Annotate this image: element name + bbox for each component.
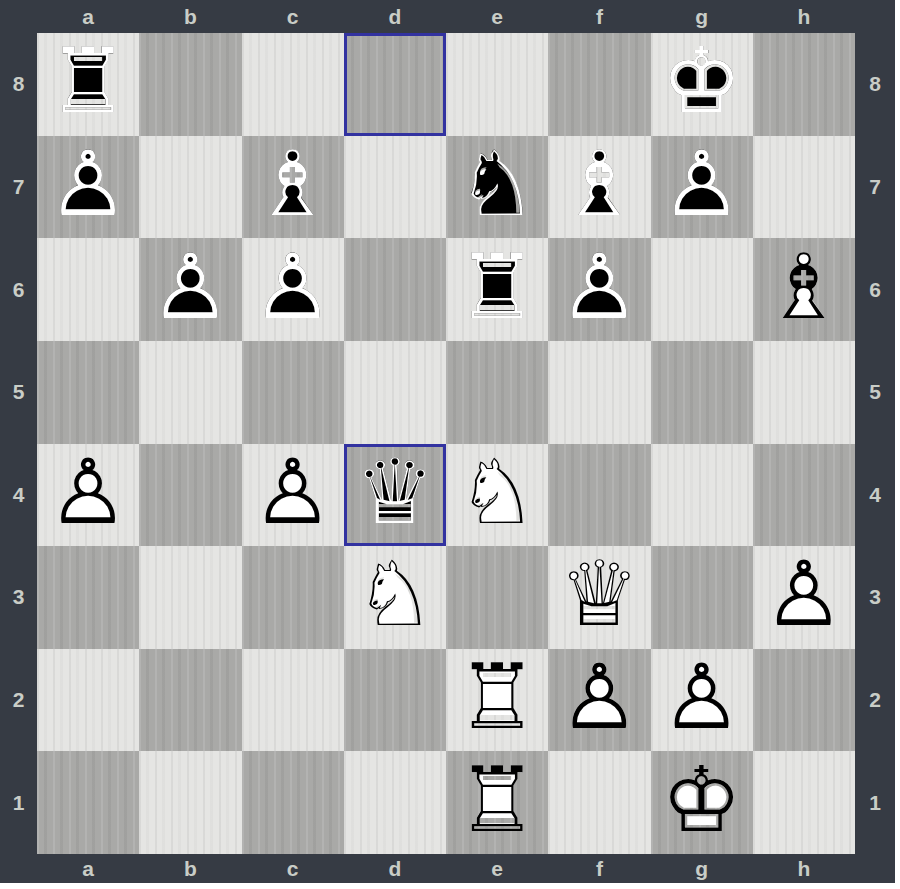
- file-label-f: f: [548, 0, 650, 33]
- file-label-a: a: [37, 854, 139, 883]
- piece-glyph-fill: ♟: [764, 550, 845, 640]
- square-e4[interactable]: ♞♘: [446, 444, 548, 547]
- square-b7[interactable]: [139, 136, 241, 239]
- piece-glyph-fill: ♞: [355, 550, 436, 640]
- piece-glyph-fill: ♞: [457, 139, 538, 229]
- piece-glyph-outline: ♘: [457, 139, 538, 229]
- square-g7[interactable]: ♟♙: [651, 136, 753, 239]
- board-frame: abcdefgh 87654321 ♜♖♚♔♟♙♝♗♞♘♝♗♟♙♟♙♟♙♜♖♟♙…: [0, 0, 895, 883]
- piece-black-pawn[interactable]: ♟♙: [139, 238, 241, 341]
- piece-glyph-outline: ♗: [764, 242, 845, 332]
- square-f3[interactable]: ♛♕: [548, 546, 650, 649]
- piece-glyph-fill: ♟: [48, 139, 129, 229]
- piece-glyph-fill: ♟: [48, 447, 129, 537]
- rank-label-7: 7: [855, 136, 895, 239]
- chess-board: ♜♖♚♔♟♙♝♗♞♘♝♗♟♙♟♙♟♙♜♖♟♙♝♗♟♙♟♙♛♕♞♘♞♘♛♕♟♙♜♖…: [37, 33, 855, 854]
- rank-label-3: 3: [855, 546, 895, 649]
- piece-glyph-outline: ♖: [457, 755, 538, 845]
- piece-black-queen[interactable]: ♛♕: [344, 444, 446, 547]
- square-e5[interactable]: [446, 341, 548, 444]
- piece-glyph-fill: ♟: [252, 242, 333, 332]
- piece-glyph-outline: ♙: [150, 242, 231, 332]
- file-label-b: b: [139, 854, 241, 883]
- piece-white-rook[interactable]: ♜♖: [446, 649, 548, 752]
- square-d3[interactable]: ♞♘: [344, 546, 446, 649]
- piece-glyph-outline: ♔: [661, 37, 742, 127]
- piece-glyph-fill: ♟: [559, 242, 640, 332]
- square-c4[interactable]: ♟♙: [242, 444, 344, 547]
- piece-black-pawn[interactable]: ♟♙: [548, 238, 650, 341]
- piece-glyph-fill: ♞: [457, 447, 538, 537]
- square-c7[interactable]: ♝♗: [242, 136, 344, 239]
- piece-glyph-outline: ♘: [355, 550, 436, 640]
- square-c5[interactable]: [242, 341, 344, 444]
- piece-white-pawn[interactable]: ♟♙: [242, 444, 344, 547]
- piece-glyph-fill: ♟: [252, 447, 333, 537]
- square-a7[interactable]: ♟♙: [37, 136, 139, 239]
- piece-glyph-outline: ♗: [252, 139, 333, 229]
- piece-glyph-fill: ♝: [252, 139, 333, 229]
- square-f6[interactable]: ♟♙: [548, 238, 650, 341]
- square-b2[interactable]: [139, 649, 241, 752]
- file-label-e: e: [446, 854, 548, 883]
- piece-glyph-fill: ♜: [48, 37, 129, 127]
- square-g2[interactable]: ♟♙: [651, 649, 753, 752]
- square-f5[interactable]: [548, 341, 650, 444]
- piece-glyph-outline: ♙: [252, 242, 333, 332]
- square-a8[interactable]: ♜♖: [37, 33, 139, 136]
- square-a5[interactable]: [37, 341, 139, 444]
- square-h4[interactable]: [753, 444, 855, 547]
- square-h1[interactable]: [753, 751, 855, 854]
- square-f7[interactable]: ♝♗: [548, 136, 650, 239]
- square-d8[interactable]: [344, 33, 446, 136]
- square-b6[interactable]: ♟♙: [139, 238, 241, 341]
- piece-glyph-fill: ♚: [661, 37, 742, 127]
- piece-black-pawn[interactable]: ♟♙: [242, 238, 344, 341]
- rank-label-8: 8: [855, 33, 895, 136]
- piece-glyph-fill: ♟: [150, 242, 231, 332]
- piece-glyph-fill: ♜: [457, 242, 538, 332]
- square-h7[interactable]: [753, 136, 855, 239]
- square-g8[interactable]: ♚♔: [651, 33, 753, 136]
- piece-glyph-outline: ♔: [661, 755, 742, 845]
- piece-white-pawn[interactable]: ♟♙: [548, 649, 650, 752]
- piece-black-king[interactable]: ♚♔: [651, 33, 753, 136]
- piece-glyph-outline: ♙: [252, 447, 333, 537]
- square-d2[interactable]: [344, 649, 446, 752]
- file-label-b: b: [139, 0, 241, 33]
- piece-glyph-outline: ♕: [355, 447, 436, 537]
- square-d4[interactable]: ♛♕: [344, 444, 446, 547]
- piece-black-bishop[interactable]: ♝♗: [548, 136, 650, 239]
- square-c1[interactable]: [242, 751, 344, 854]
- square-h6[interactable]: ♝♗: [753, 238, 855, 341]
- piece-glyph-outline: ♙: [661, 139, 742, 229]
- file-label-h: h: [753, 854, 855, 883]
- square-b5[interactable]: [139, 341, 241, 444]
- file-label-c: c: [242, 0, 344, 33]
- rank-labels-left: 87654321: [0, 33, 37, 854]
- square-f2[interactable]: ♟♙: [548, 649, 650, 752]
- piece-white-king[interactable]: ♚♔: [651, 751, 753, 854]
- piece-glyph-fill: ♛: [355, 447, 436, 537]
- piece-glyph-fill: ♜: [457, 652, 538, 742]
- piece-glyph-fill: ♝: [559, 139, 640, 229]
- piece-white-knight[interactable]: ♞♘: [344, 546, 446, 649]
- rank-label-1: 1: [0, 751, 37, 854]
- file-labels-top: abcdefgh: [0, 0, 895, 33]
- piece-glyph-outline: ♙: [48, 447, 129, 537]
- square-b1[interactable]: [139, 751, 241, 854]
- piece-white-rook[interactable]: ♜♖: [446, 751, 548, 854]
- square-b4[interactable]: [139, 444, 241, 547]
- file-label-g: g: [651, 0, 753, 33]
- rank-label-2: 2: [0, 649, 37, 752]
- file-label-c: c: [242, 854, 344, 883]
- square-h3[interactable]: ♟♙: [753, 546, 855, 649]
- piece-black-pawn[interactable]: ♟♙: [651, 136, 753, 239]
- rank-label-6: 6: [0, 238, 37, 341]
- square-g5[interactable]: [651, 341, 753, 444]
- square-e3[interactable]: [446, 546, 548, 649]
- square-h8[interactable]: [753, 33, 855, 136]
- rank-label-5: 5: [0, 341, 37, 444]
- square-d1[interactable]: [344, 751, 446, 854]
- file-label-a: a: [37, 0, 139, 33]
- file-label-e: e: [446, 0, 548, 33]
- square-h2[interactable]: [753, 649, 855, 752]
- square-g3[interactable]: [651, 546, 753, 649]
- rank-label-8: 8: [0, 33, 37, 136]
- piece-glyph-outline: ♖: [457, 652, 538, 742]
- piece-glyph-fill: ♟: [661, 139, 742, 229]
- square-g1[interactable]: ♚♔: [651, 751, 753, 854]
- piece-glyph-outline: ♙: [559, 242, 640, 332]
- square-f4[interactable]: [548, 444, 650, 547]
- piece-white-bishop[interactable]: ♝♗: [753, 238, 855, 341]
- piece-white-pawn[interactable]: ♟♙: [37, 444, 139, 547]
- piece-black-pawn[interactable]: ♟♙: [37, 136, 139, 239]
- piece-glyph-fill: ♟: [559, 652, 640, 742]
- square-b8[interactable]: [139, 33, 241, 136]
- piece-glyph-outline: ♙: [764, 550, 845, 640]
- square-h5[interactable]: [753, 341, 855, 444]
- square-e1[interactable]: ♜♖: [446, 751, 548, 854]
- square-a3[interactable]: [37, 546, 139, 649]
- rank-label-5: 5: [855, 341, 895, 444]
- square-a2[interactable]: [37, 649, 139, 752]
- piece-white-queen[interactable]: ♛♕: [548, 546, 650, 649]
- rank-label-6: 6: [855, 238, 895, 341]
- piece-glyph-outline: ♖: [48, 37, 129, 127]
- square-e2[interactable]: ♜♖: [446, 649, 548, 752]
- rank-label-4: 4: [855, 444, 895, 547]
- piece-glyph-fill: ♟: [661, 652, 742, 742]
- piece-white-knight[interactable]: ♞♘: [446, 444, 548, 547]
- square-b3[interactable]: [139, 546, 241, 649]
- file-label-d: d: [344, 0, 446, 33]
- piece-glyph-outline: ♙: [48, 139, 129, 229]
- square-f1[interactable]: [548, 751, 650, 854]
- piece-white-pawn[interactable]: ♟♙: [651, 649, 753, 752]
- rank-label-1: 1: [855, 751, 895, 854]
- square-d7[interactable]: [344, 136, 446, 239]
- piece-black-knight[interactable]: ♞♘: [446, 136, 548, 239]
- square-e7[interactable]: ♞♘: [446, 136, 548, 239]
- piece-glyph-outline: ♘: [457, 447, 538, 537]
- piece-glyph-outline: ♙: [661, 652, 742, 742]
- square-c2[interactable]: [242, 649, 344, 752]
- piece-glyph-outline: ♖: [457, 242, 538, 332]
- piece-black-bishop[interactable]: ♝♗: [242, 136, 344, 239]
- square-a4[interactable]: ♟♙: [37, 444, 139, 547]
- square-a6[interactable]: [37, 238, 139, 341]
- file-labels-bottom: abcdefgh: [0, 854, 895, 883]
- rank-label-4: 4: [0, 444, 37, 547]
- file-label-g: g: [651, 854, 753, 883]
- piece-glyph-outline: ♙: [559, 652, 640, 742]
- piece-black-rook[interactable]: ♜♖: [37, 33, 139, 136]
- square-c8[interactable]: [242, 33, 344, 136]
- rank-label-3: 3: [0, 546, 37, 649]
- square-c3[interactable]: [242, 546, 344, 649]
- square-e6[interactable]: ♜♖: [446, 238, 548, 341]
- piece-glyph-fill: ♝: [764, 242, 845, 332]
- piece-glyph-outline: ♕: [559, 550, 640, 640]
- file-label-f: f: [548, 854, 650, 883]
- piece-glyph-fill: ♚: [661, 755, 742, 845]
- square-e8[interactable]: [446, 33, 548, 136]
- rank-labels-right: 87654321: [855, 33, 895, 854]
- rank-label-7: 7: [0, 136, 37, 239]
- rank-label-2: 2: [855, 649, 895, 752]
- square-g4[interactable]: [651, 444, 753, 547]
- piece-white-pawn[interactable]: ♟♙: [753, 546, 855, 649]
- square-d5[interactable]: [344, 341, 446, 444]
- piece-glyph-outline: ♗: [559, 139, 640, 229]
- piece-glyph-fill: ♛: [559, 550, 640, 640]
- file-label-d: d: [344, 854, 446, 883]
- square-d6[interactable]: [344, 238, 446, 341]
- square-g6[interactable]: [651, 238, 753, 341]
- piece-black-rook[interactable]: ♜♖: [446, 238, 548, 341]
- square-a1[interactable]: [37, 751, 139, 854]
- square-f8[interactable]: [548, 33, 650, 136]
- file-label-h: h: [753, 0, 855, 33]
- piece-glyph-fill: ♜: [457, 755, 538, 845]
- square-c6[interactable]: ♟♙: [242, 238, 344, 341]
